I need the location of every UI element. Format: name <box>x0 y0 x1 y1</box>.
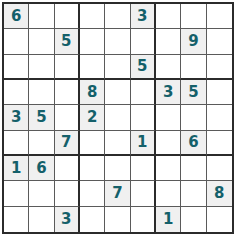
cell-r5c1[interactable]: 3 <box>4 105 29 130</box>
cell-r4c8[interactable]: 5 <box>181 80 206 105</box>
cell-r5c2[interactable]: 5 <box>29 105 54 130</box>
cell-r8c3[interactable] <box>55 181 80 206</box>
cell-r4c2[interactable] <box>29 80 54 105</box>
cell-r5c4[interactable]: 2 <box>80 105 105 130</box>
cell-r4c1[interactable] <box>4 80 29 105</box>
cell-r9c4[interactable] <box>80 207 105 232</box>
cell-r9c3[interactable]: 3 <box>55 207 80 232</box>
cell-r7c9[interactable] <box>207 156 232 181</box>
cell-r8c1[interactable] <box>4 181 29 206</box>
cell-r9c8[interactable] <box>181 207 206 232</box>
cell-r4c6[interactable] <box>131 80 156 105</box>
cell-r1c9[interactable] <box>207 4 232 29</box>
cell-r2c2[interactable] <box>29 29 54 54</box>
cell-r7c5[interactable] <box>105 156 130 181</box>
cell-r4c5[interactable] <box>105 80 130 105</box>
cell-r7c8[interactable] <box>181 156 206 181</box>
cell-r4c9[interactable] <box>207 80 232 105</box>
cell-r6c1[interactable] <box>4 131 29 156</box>
cell-r2c6[interactable] <box>131 29 156 54</box>
cell-r8c5[interactable]: 7 <box>105 181 130 206</box>
cell-r8c6[interactable] <box>131 181 156 206</box>
cell-r9c1[interactable] <box>4 207 29 232</box>
cell-r6c8[interactable]: 6 <box>181 131 206 156</box>
cell-r7c4[interactable] <box>80 156 105 181</box>
cell-r8c9[interactable]: 8 <box>207 181 232 206</box>
cell-r6c4[interactable] <box>80 131 105 156</box>
cell-r2c4[interactable] <box>80 29 105 54</box>
cell-r7c1[interactable]: 1 <box>4 156 29 181</box>
cell-r3c5[interactable] <box>105 55 130 80</box>
cell-r9c6[interactable] <box>131 207 156 232</box>
cell-r5c5[interactable] <box>105 105 130 130</box>
cell-r8c8[interactable] <box>181 181 206 206</box>
cell-r9c7[interactable]: 1 <box>156 207 181 232</box>
cell-r2c1[interactable] <box>4 29 29 54</box>
cell-r7c6[interactable] <box>131 156 156 181</box>
cell-r8c7[interactable] <box>156 181 181 206</box>
cell-r6c7[interactable] <box>156 131 181 156</box>
cell-r3c6[interactable]: 5 <box>131 55 156 80</box>
cell-r2c3[interactable]: 5 <box>55 29 80 54</box>
cell-r6c2[interactable] <box>29 131 54 156</box>
cell-r4c4[interactable]: 8 <box>80 80 105 105</box>
cell-r8c4[interactable] <box>80 181 105 206</box>
cell-r1c8[interactable] <box>181 4 206 29</box>
cell-r4c7[interactable]: 3 <box>156 80 181 105</box>
cell-r7c2[interactable]: 6 <box>29 156 54 181</box>
sudoku-grid: 63595835352716167831 <box>2 2 234 234</box>
cell-r2c5[interactable] <box>105 29 130 54</box>
cell-r1c2[interactable] <box>29 4 54 29</box>
cell-r1c3[interactable] <box>55 4 80 29</box>
cell-r2c7[interactable] <box>156 29 181 54</box>
cell-r1c6[interactable]: 3 <box>131 4 156 29</box>
cell-r3c4[interactable] <box>80 55 105 80</box>
cell-r3c7[interactable] <box>156 55 181 80</box>
cell-r6c9[interactable] <box>207 131 232 156</box>
cell-r3c9[interactable] <box>207 55 232 80</box>
cell-r4c3[interactable] <box>55 80 80 105</box>
cell-r9c9[interactable] <box>207 207 232 232</box>
cell-r5c8[interactable] <box>181 105 206 130</box>
cell-r5c6[interactable] <box>131 105 156 130</box>
sudoku-board: 63595835352716167831 <box>0 0 240 240</box>
cell-r1c1[interactable]: 6 <box>4 4 29 29</box>
cell-r3c1[interactable] <box>4 55 29 80</box>
cell-r3c8[interactable] <box>181 55 206 80</box>
cell-r6c6[interactable]: 1 <box>131 131 156 156</box>
cell-r2c8[interactable]: 9 <box>181 29 206 54</box>
cell-r2c9[interactable] <box>207 29 232 54</box>
cell-r9c5[interactable] <box>105 207 130 232</box>
cell-r6c3[interactable]: 7 <box>55 131 80 156</box>
cell-r7c3[interactable] <box>55 156 80 181</box>
cell-r7c7[interactable] <box>156 156 181 181</box>
cell-r1c5[interactable] <box>105 4 130 29</box>
cell-r3c2[interactable] <box>29 55 54 80</box>
cell-r6c5[interactable] <box>105 131 130 156</box>
cell-r8c2[interactable] <box>29 181 54 206</box>
cell-r1c7[interactable] <box>156 4 181 29</box>
cell-r5c7[interactable] <box>156 105 181 130</box>
cell-r1c4[interactable] <box>80 4 105 29</box>
cell-r3c3[interactable] <box>55 55 80 80</box>
cell-r9c2[interactable] <box>29 207 54 232</box>
cell-r5c9[interactable] <box>207 105 232 130</box>
cell-r5c3[interactable] <box>55 105 80 130</box>
